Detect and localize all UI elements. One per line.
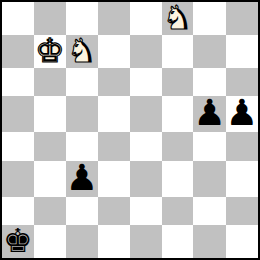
square-h4	[226, 132, 258, 160]
square-e2	[130, 197, 162, 225]
piece-black-pawn-h5: ♟	[226, 95, 258, 131]
piece-white-knight-c7: ♞	[67, 34, 97, 67]
square-e7	[130, 35, 162, 68]
square-h1	[226, 225, 258, 258]
square-b2	[34, 197, 66, 225]
square-g3	[193, 161, 225, 197]
piece-black-king-a1: ♚	[3, 224, 33, 257]
square-f1	[162, 225, 194, 258]
piece-white-knight-f8: ♞	[163, 1, 193, 34]
square-c1	[66, 225, 98, 258]
square-h2	[226, 197, 258, 225]
square-g8	[193, 2, 225, 35]
square-g1	[193, 225, 225, 258]
square-b4	[34, 132, 66, 160]
square-e3	[130, 161, 162, 197]
square-d2	[98, 197, 130, 225]
square-h5: ♟	[226, 96, 258, 132]
square-b1	[34, 225, 66, 258]
square-d7	[98, 35, 130, 68]
square-e4	[130, 132, 162, 160]
square-f7	[162, 35, 194, 68]
square-f2	[162, 197, 194, 225]
square-e1	[130, 225, 162, 258]
square-a8	[2, 2, 34, 35]
square-d4	[98, 132, 130, 160]
square-g2	[193, 197, 225, 225]
square-f5	[162, 96, 194, 132]
square-b6	[34, 68, 66, 96]
square-d3	[98, 161, 130, 197]
square-d5	[98, 96, 130, 132]
square-g5: ♟	[193, 96, 225, 132]
square-b3	[34, 161, 66, 197]
square-h3	[226, 161, 258, 197]
square-d1	[98, 225, 130, 258]
square-g4	[193, 132, 225, 160]
piece-black-pawn-g5: ♟	[193, 95, 225, 131]
square-g7	[193, 35, 225, 68]
square-f8: ♞	[162, 2, 194, 35]
square-h8	[226, 2, 258, 35]
square-f3	[162, 161, 194, 197]
square-d8	[98, 2, 130, 35]
square-a3	[2, 161, 34, 197]
square-b5	[34, 96, 66, 132]
square-f4	[162, 132, 194, 160]
square-a5	[2, 96, 34, 132]
square-a1: ♚	[2, 225, 34, 258]
square-c5	[66, 96, 98, 132]
square-a6	[2, 68, 34, 96]
square-b7: ♚	[34, 35, 66, 68]
square-c7: ♞	[66, 35, 98, 68]
piece-white-king-b7: ♚	[35, 34, 65, 67]
square-e5	[130, 96, 162, 132]
square-a4	[2, 132, 34, 160]
square-c2	[66, 197, 98, 225]
square-e8	[130, 2, 162, 35]
square-h7	[226, 35, 258, 68]
square-d6	[98, 68, 130, 96]
piece-black-pawn-c3: ♟	[66, 160, 98, 196]
square-a7	[2, 35, 34, 68]
square-c6	[66, 68, 98, 96]
chess-board: ♞♚♞♟♟♟♚	[0, 0, 260, 260]
square-f6	[162, 68, 194, 96]
square-e6	[130, 68, 162, 96]
square-c3: ♟	[66, 161, 98, 197]
chess-diagram: ♞♚♞♟♟♟♚	[0, 0, 260, 260]
